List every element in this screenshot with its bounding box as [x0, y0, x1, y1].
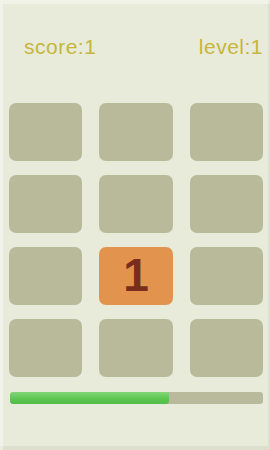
- game-header: score:1 level:1: [0, 33, 270, 61]
- grid-cell-r2c3[interactable]: [190, 175, 263, 233]
- grid-cell-r2c2[interactable]: [99, 175, 172, 233]
- score-text: score:1: [24, 35, 96, 59]
- grid-cell-r4c2[interactable]: [99, 319, 172, 377]
- grid-cell-r4c1[interactable]: [9, 319, 82, 377]
- board-grid[interactable]: 1: [9, 103, 263, 377]
- level-progress-bar: [10, 392, 263, 404]
- grid-cell-r4c3[interactable]: [190, 319, 263, 377]
- grid-cell-r3c1[interactable]: [9, 247, 82, 305]
- grid-cell-r3c3[interactable]: [190, 247, 263, 305]
- grid-cell-r2c1[interactable]: [9, 175, 82, 233]
- grid-cell-r1c3[interactable]: [190, 103, 263, 161]
- grid-cell-r3c2-tile-1[interactable]: 1: [99, 247, 172, 305]
- level-progress-fill: [10, 392, 169, 404]
- level-text: level:1: [199, 35, 263, 59]
- grid-cell-r1c2[interactable]: [99, 103, 172, 161]
- grid-cell-r1c1[interactable]: [9, 103, 82, 161]
